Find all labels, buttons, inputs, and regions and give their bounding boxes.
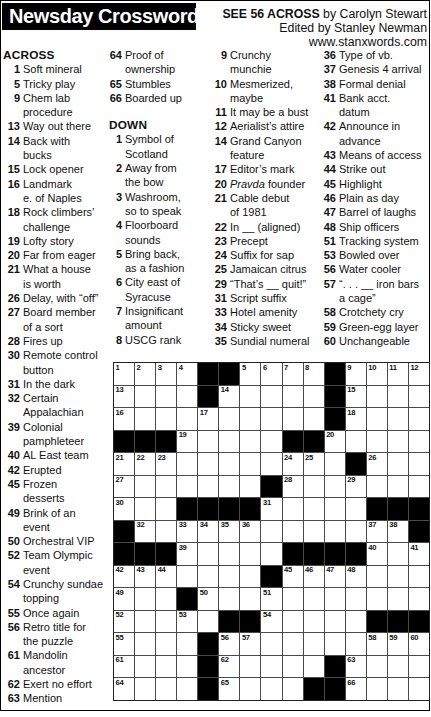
white-cell[interactable] (240, 453, 260, 475)
white-cell[interactable]: 65 (219, 678, 239, 700)
clue-down-10: 10Mesmerized, maybe (214, 77, 321, 106)
white-cell[interactable] (156, 633, 176, 655)
white-cell[interactable]: 63 (346, 656, 366, 678)
white-cell[interactable]: 47 (325, 566, 345, 588)
clue-text: Board member of a sort (23, 305, 96, 334)
white-cell[interactable]: 36 (240, 521, 260, 543)
white-cell[interactable] (346, 498, 366, 520)
white-cell[interactable] (135, 611, 155, 633)
clue-across-65: 65Stumbles (109, 77, 214, 91)
clue-down-57: 57“. . . __ iron bars a cage” (321, 277, 430, 306)
white-cell[interactable] (177, 656, 197, 678)
cell-number: 28 (284, 476, 292, 484)
white-cell[interactable]: 60 (409, 633, 429, 655)
white-cell[interactable]: 56 (219, 633, 239, 655)
white-cell[interactable] (198, 453, 218, 475)
clue-number: 19 (3, 234, 20, 248)
clue-across-42: 42Erupted (3, 463, 108, 477)
white-cell[interactable]: 14 (219, 386, 239, 408)
clue-across-9: 9Chem lab procedure (3, 91, 108, 120)
white-cell[interactable] (409, 656, 429, 678)
white-cell[interactable]: 62 (219, 656, 239, 678)
cell-number: 43 (137, 566, 145, 574)
white-cell[interactable] (135, 408, 155, 430)
white-cell[interactable] (283, 611, 303, 633)
clue-number: 4 (109, 218, 122, 232)
white-cell[interactable] (346, 611, 366, 633)
white-cell[interactable]: 24 (283, 453, 303, 475)
white-cell[interactable]: 29 (346, 476, 366, 498)
cell-number: 46 (305, 566, 313, 574)
white-cell[interactable]: 64 (114, 678, 134, 700)
white-cell[interactable] (240, 656, 260, 678)
white-cell[interactable] (156, 678, 176, 700)
clue-across-32: 32Certain Appalachian (3, 391, 108, 420)
clue-text: Away from the bow (125, 161, 177, 190)
white-cell[interactable] (198, 543, 218, 565)
white-cell[interactable]: 31 (261, 498, 281, 520)
white-cell[interactable] (219, 408, 239, 430)
clue-text: Strike out (339, 162, 385, 176)
clue-column-3: 9Crunchy munchie10Mesmerized, maybe11It … (214, 48, 321, 348)
cell-number: 66 (347, 679, 355, 687)
white-cell[interactable] (388, 431, 408, 453)
clue-down-2: 2Away from the bow (109, 161, 214, 190)
white-cell[interactable] (261, 453, 281, 475)
white-cell[interactable] (156, 498, 176, 520)
white-cell[interactable]: 55 (114, 633, 134, 655)
white-cell[interactable] (135, 476, 155, 498)
white-cell[interactable] (346, 431, 366, 453)
white-cell[interactable] (409, 453, 429, 475)
crossword-grid: 1234567891011121314151617181920212223242… (113, 362, 430, 701)
white-cell[interactable] (304, 498, 324, 520)
white-cell[interactable]: 3 (156, 363, 176, 385)
clue-number: 16 (3, 177, 20, 191)
white-cell[interactable] (304, 476, 324, 498)
white-cell[interactable]: 28 (283, 476, 303, 498)
clue-down-23: 23Precept (214, 234, 321, 248)
white-cell[interactable] (135, 498, 155, 520)
white-cell[interactable] (388, 588, 408, 610)
white-cell[interactable]: 4 (177, 363, 197, 385)
white-cell[interactable] (177, 386, 197, 408)
clue-number: 63 (3, 691, 20, 705)
white-cell[interactable]: 17 (198, 408, 218, 430)
clue-across-14: 14Back with bucks (3, 134, 108, 163)
black-cell (304, 678, 324, 700)
black-cell (177, 588, 197, 610)
white-cell[interactable] (304, 656, 324, 678)
black-cell (219, 611, 239, 633)
white-cell[interactable]: 2 (135, 363, 155, 385)
white-cell[interactable]: 53 (177, 611, 197, 633)
white-cell[interactable]: 59 (388, 633, 408, 655)
clue-number: 9 (3, 91, 20, 105)
white-cell[interactable]: 27 (114, 476, 134, 498)
white-cell[interactable]: 49 (114, 588, 134, 610)
cell-number: 8 (305, 364, 309, 372)
white-cell[interactable] (240, 588, 260, 610)
white-cell[interactable]: 46 (304, 566, 324, 588)
clue-text: Tracking system (339, 234, 419, 248)
cell-number: 34 (200, 521, 208, 529)
white-cell[interactable]: 41 (409, 543, 429, 565)
white-cell[interactable]: 58 (367, 633, 387, 655)
white-cell[interactable] (283, 588, 303, 610)
white-cell[interactable] (261, 408, 281, 430)
white-cell[interactable]: 7 (283, 363, 303, 385)
white-cell[interactable] (325, 633, 345, 655)
clue-across-28: 28Fires up (3, 334, 108, 348)
white-cell[interactable]: 22 (135, 453, 155, 475)
clue-number: 47 (321, 205, 336, 219)
black-cell (325, 656, 345, 678)
white-cell[interactable]: 52 (114, 611, 134, 633)
clue-number: 42 (3, 463, 20, 477)
white-cell[interactable] (367, 386, 387, 408)
white-cell[interactable] (156, 656, 176, 678)
cell-number: 57 (242, 634, 250, 642)
white-cell[interactable]: 39 (177, 543, 197, 565)
white-cell[interactable]: 26 (367, 453, 387, 475)
white-cell[interactable] (177, 453, 197, 475)
clue-across-50: 50Orchestral VIP (3, 534, 108, 548)
clue-down-25: 25Jamaican citrus (214, 262, 321, 276)
white-cell[interactable] (325, 453, 345, 475)
clue-number: 30 (3, 348, 20, 362)
white-cell[interactable] (261, 633, 281, 655)
black-cell (219, 498, 239, 520)
white-cell[interactable]: 54 (261, 611, 281, 633)
white-cell[interactable]: 1 (114, 363, 134, 385)
white-cell[interactable]: 40 (367, 543, 387, 565)
white-cell[interactable]: 38 (388, 521, 408, 543)
white-cell[interactable] (346, 521, 366, 543)
clue-number: 20 (3, 248, 20, 262)
clue-text: Mandolin ancestor (23, 648, 68, 677)
white-cell[interactable] (304, 408, 324, 430)
white-cell[interactable]: 13 (114, 386, 134, 408)
white-cell[interactable] (177, 678, 197, 700)
clue-text: Hotel amenity (230, 305, 297, 319)
clue-down-35: 35Sundial numeral (214, 334, 321, 348)
white-cell[interactable] (367, 476, 387, 498)
white-cell[interactable]: 9 (346, 363, 366, 385)
white-cell[interactable] (219, 476, 239, 498)
white-cell[interactable] (388, 656, 408, 678)
white-cell[interactable] (156, 386, 176, 408)
white-cell[interactable] (388, 386, 408, 408)
white-cell[interactable] (240, 476, 260, 498)
cell-number: 41 (410, 544, 418, 552)
black-cell (114, 431, 134, 453)
white-cell[interactable] (283, 633, 303, 655)
white-cell[interactable]: 57 (240, 633, 260, 655)
clue-number: 39 (3, 420, 20, 434)
cell-number: 15 (347, 386, 355, 394)
white-cell[interactable] (346, 633, 366, 655)
white-cell[interactable] (198, 431, 218, 453)
white-cell[interactable] (240, 408, 260, 430)
white-cell[interactable]: 8 (304, 363, 324, 385)
white-cell[interactable] (177, 633, 197, 655)
white-cell[interactable] (261, 656, 281, 678)
clue-number: 13 (3, 119, 20, 133)
clue-number: 27 (3, 305, 20, 319)
white-cell[interactable] (409, 476, 429, 498)
white-cell[interactable]: 30 (114, 498, 134, 520)
white-cell[interactable] (325, 498, 345, 520)
cell-number: 17 (200, 409, 208, 417)
clue-text: Way out there (23, 119, 91, 133)
white-cell[interactable] (409, 566, 429, 588)
white-cell[interactable] (283, 656, 303, 678)
white-cell[interactable]: 21 (114, 453, 134, 475)
white-cell[interactable] (283, 521, 303, 543)
white-cell[interactable] (156, 476, 176, 498)
white-cell[interactable] (325, 521, 345, 543)
white-cell[interactable] (219, 588, 239, 610)
cell-number: 38 (389, 521, 397, 529)
clue-number: 6 (109, 275, 122, 289)
white-cell[interactable] (177, 566, 197, 588)
white-cell[interactable] (388, 408, 408, 430)
clue-down-36: 36Type of vb. (321, 48, 430, 62)
white-cell[interactable] (367, 431, 387, 453)
cell-number: 22 (137, 454, 145, 462)
white-cell[interactable] (283, 678, 303, 700)
black-cell (198, 656, 218, 678)
white-cell[interactable]: 16 (114, 408, 134, 430)
clue-number: 64 (109, 48, 122, 62)
clue-text: Fires up (23, 334, 63, 348)
clue-number: 2 (109, 161, 122, 175)
white-cell[interactable] (346, 588, 366, 610)
clue-text: Orchestral VIP (23, 534, 95, 548)
clue-text: Announce in advance (339, 119, 400, 148)
white-cell[interactable] (240, 566, 260, 588)
white-cell[interactable] (325, 588, 345, 610)
clue-text: Symbol of Scotland (125, 132, 174, 161)
white-cell[interactable] (261, 543, 281, 565)
clue-number: 44 (321, 162, 336, 176)
white-cell[interactable] (325, 476, 345, 498)
clue-down-56: 56Water cooler (321, 262, 430, 276)
white-cell[interactable] (177, 476, 197, 498)
white-cell[interactable]: 20 (325, 431, 345, 453)
clue-number: 57 (321, 277, 336, 291)
white-cell[interactable]: 44 (156, 566, 176, 588)
clue-text: Plain as day (339, 191, 399, 205)
white-cell[interactable] (156, 408, 176, 430)
white-cell[interactable] (409, 678, 429, 700)
white-cell[interactable]: 34 (198, 521, 218, 543)
white-cell[interactable] (135, 386, 155, 408)
white-cell[interactable] (409, 588, 429, 610)
cell-number: 58 (368, 634, 376, 642)
white-cell[interactable] (409, 408, 429, 430)
white-cell[interactable] (177, 408, 197, 430)
white-cell[interactable]: 10 (367, 363, 387, 385)
clue-across-63: 63Mention (3, 691, 108, 705)
white-cell[interactable] (198, 611, 218, 633)
black-cell (409, 611, 429, 633)
white-cell[interactable] (135, 656, 155, 678)
black-cell (325, 543, 345, 565)
puzzle-title-line: SEE 56 ACROSS by Carolyn Stewart (222, 7, 427, 21)
white-cell[interactable] (219, 543, 239, 565)
white-cell[interactable]: 48 (346, 566, 366, 588)
white-cell[interactable] (135, 678, 155, 700)
clue-number: 36 (321, 48, 336, 62)
clue-number: 49 (3, 506, 20, 520)
clue-text: Chem lab procedure (23, 91, 73, 120)
white-cell[interactable]: 35 (219, 521, 239, 543)
white-cell[interactable] (261, 678, 281, 700)
white-cell[interactable] (304, 633, 324, 655)
white-cell[interactable]: 50 (198, 588, 218, 610)
black-cell (304, 543, 324, 565)
white-cell[interactable] (388, 476, 408, 498)
white-cell[interactable]: 33 (177, 521, 197, 543)
black-cell (156, 543, 176, 565)
white-cell[interactable] (240, 678, 260, 700)
clue-number: 3 (109, 190, 122, 204)
white-cell[interactable] (240, 543, 260, 565)
white-cell[interactable]: 23 (156, 453, 176, 475)
white-cell[interactable] (198, 566, 218, 588)
white-cell[interactable] (240, 386, 260, 408)
cell-number: 21 (116, 454, 124, 462)
white-cell[interactable] (219, 566, 239, 588)
cell-number: 7 (284, 364, 288, 372)
white-cell[interactable] (261, 431, 281, 453)
clue-number: 12 (214, 119, 227, 133)
cell-number: 12 (410, 364, 418, 372)
white-cell[interactable]: 12 (409, 363, 429, 385)
white-cell[interactable] (283, 386, 303, 408)
clue-number: 21 (3, 262, 20, 276)
clue-across-18: 18Rock climbers’ challenge (3, 205, 108, 234)
white-cell[interactable] (156, 521, 176, 543)
white-cell[interactable]: 66 (346, 678, 366, 700)
cell-number: 10 (368, 364, 376, 372)
white-cell[interactable] (304, 588, 324, 610)
white-cell[interactable] (388, 543, 408, 565)
cell-number: 39 (179, 544, 187, 552)
white-cell[interactable] (304, 521, 324, 543)
cell-number: 20 (326, 431, 334, 439)
clue-number: 42 (321, 119, 336, 133)
clue-across-31: 31In the dark (3, 377, 108, 391)
clue-number: 48 (321, 220, 336, 234)
clue-across-40: 40AL East team (3, 448, 108, 462)
white-cell[interactable]: 5 (240, 363, 260, 385)
cell-number: 36 (242, 521, 250, 529)
white-cell[interactable]: 42 (114, 566, 134, 588)
white-cell[interactable]: 37 (367, 521, 387, 543)
white-cell[interactable] (240, 431, 260, 453)
cell-number: 48 (347, 566, 355, 574)
clue-number: 35 (214, 334, 227, 348)
white-cell[interactable]: 15 (346, 386, 366, 408)
white-cell[interactable] (261, 386, 281, 408)
clue-text: Team Olympic event (23, 548, 93, 577)
clue-down-37: 37Genesis 4 arrival (321, 62, 430, 76)
black-cell (367, 498, 387, 520)
cell-number: 40 (368, 544, 376, 552)
white-cell[interactable] (219, 431, 239, 453)
clue-number: 38 (321, 77, 336, 91)
white-cell[interactable] (325, 611, 345, 633)
clue-text: Bring back, as a fashion (125, 247, 184, 276)
clue-across-13: 13Way out there (3, 119, 108, 133)
white-cell[interactable] (198, 476, 218, 498)
white-cell[interactable]: 45 (283, 566, 303, 588)
black-cell (325, 408, 345, 430)
white-cell[interactable] (388, 678, 408, 700)
white-cell[interactable] (409, 431, 429, 453)
cell-number: 31 (263, 499, 271, 507)
white-cell[interactable] (283, 408, 303, 430)
white-cell[interactable]: 25 (304, 453, 324, 475)
white-cell[interactable] (367, 408, 387, 430)
clue-down-33: 33Hotel amenity (214, 305, 321, 319)
clue-text: Bank acct. datum (339, 91, 390, 120)
white-cell[interactable] (156, 611, 176, 633)
clue-number: 62 (3, 677, 20, 691)
cell-number: 2 (137, 364, 141, 372)
white-cell[interactable]: 51 (261, 588, 281, 610)
black-cell (409, 521, 429, 543)
white-cell[interactable] (219, 453, 239, 475)
white-cell[interactable] (283, 498, 303, 520)
white-cell[interactable] (409, 386, 429, 408)
cell-number: 5 (242, 364, 246, 372)
white-cell[interactable]: 61 (114, 656, 134, 678)
white-cell[interactable] (304, 611, 324, 633)
white-cell[interactable] (304, 386, 324, 408)
white-cell[interactable] (261, 521, 281, 543)
white-cell[interactable] (388, 566, 408, 588)
cell-number: 35 (221, 521, 229, 529)
clue-text: Far from eager (23, 248, 96, 262)
white-cell[interactable] (367, 566, 387, 588)
white-cell[interactable] (367, 656, 387, 678)
clue-number: 60 (321, 334, 336, 348)
white-cell[interactable]: 11 (388, 363, 408, 385)
clue-text: Type of vb. (339, 48, 393, 62)
clue-number: 61 (3, 648, 20, 662)
black-cell (388, 498, 408, 520)
white-cell[interactable]: 32 (135, 521, 155, 543)
white-cell[interactable]: 18 (346, 408, 366, 430)
cell-number: 60 (410, 634, 418, 642)
white-cell[interactable]: 43 (135, 566, 155, 588)
clue-down-24: 24Suffix for sap (214, 248, 321, 262)
white-cell[interactable] (367, 678, 387, 700)
white-cell[interactable]: 6 (261, 363, 281, 385)
clue-number: 51 (321, 234, 336, 248)
white-cell[interactable] (135, 633, 155, 655)
white-cell[interactable] (135, 588, 155, 610)
white-cell[interactable] (388, 453, 408, 475)
white-cell[interactable] (156, 588, 176, 610)
white-cell[interactable] (367, 588, 387, 610)
clue-number: 50 (3, 534, 20, 548)
white-cell[interactable]: 19 (177, 431, 197, 453)
